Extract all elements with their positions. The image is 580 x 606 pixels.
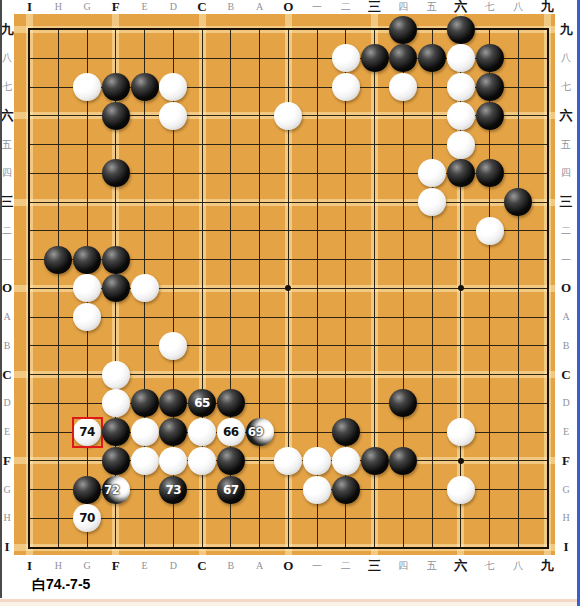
move-number: 65 bbox=[194, 397, 210, 409]
stone-三-F[interactable] bbox=[361, 447, 389, 475]
stone-二-G[interactable] bbox=[332, 476, 360, 504]
coord-label-left: C bbox=[0, 367, 14, 383]
move-number: 67 bbox=[223, 484, 239, 496]
coord-label-bottom: 一 bbox=[307, 557, 327, 575]
stone-C-E[interactable] bbox=[188, 418, 216, 446]
stone-O-F[interactable] bbox=[274, 447, 302, 475]
coord-label-right: 六 bbox=[557, 108, 575, 124]
coord-label-top: 三 bbox=[365, 0, 385, 14]
coord-label-top: C bbox=[192, 0, 212, 14]
stone-B-G[interactable]: 67 bbox=[217, 476, 245, 504]
coord-label-left: I bbox=[0, 539, 14, 555]
coord-label-top: 一 bbox=[307, 0, 327, 14]
coord-label-right: 五 bbox=[557, 137, 575, 153]
coord-label-top: I bbox=[20, 0, 40, 14]
coord-label-top: B bbox=[221, 0, 241, 14]
coord-label-left: H bbox=[0, 510, 14, 526]
coord-label-right: H bbox=[557, 510, 575, 526]
coord-label-bottom: 四 bbox=[393, 557, 413, 575]
coord-label-top: 五 bbox=[422, 0, 442, 14]
stone-O-六[interactable] bbox=[274, 102, 302, 130]
coord-label-top: 八 bbox=[508, 0, 528, 14]
stone-F-E[interactable] bbox=[102, 418, 130, 446]
coord-label-top: G bbox=[77, 0, 97, 14]
coord-label-bottom: A bbox=[250, 557, 270, 575]
coord-label-top: F bbox=[106, 0, 126, 14]
stone-A-E[interactable]: 69 bbox=[246, 418, 274, 446]
stone-D-F[interactable] bbox=[159, 447, 187, 475]
stone-二-F[interactable] bbox=[332, 447, 360, 475]
stone-G-七[interactable] bbox=[73, 73, 101, 101]
panel-bottom-fill bbox=[0, 602, 580, 606]
coord-label-top: E bbox=[135, 0, 155, 14]
coord-label-bottom: E bbox=[135, 557, 155, 575]
coord-label-bottom: O bbox=[278, 557, 298, 575]
coord-label-right: 一 bbox=[557, 252, 575, 268]
coord-label-bottom: C bbox=[192, 557, 212, 575]
stone-六-四[interactable] bbox=[447, 159, 475, 187]
stone-一-G[interactable] bbox=[303, 476, 331, 504]
stone-D-六[interactable] bbox=[159, 102, 187, 130]
coord-label-right: I bbox=[557, 539, 575, 555]
coord-label-bottom: 八 bbox=[508, 557, 528, 575]
panel-left-border bbox=[0, 0, 2, 598]
stone-二-E[interactable] bbox=[332, 418, 360, 446]
coord-label-top: H bbox=[48, 0, 68, 14]
stone-四-九[interactable] bbox=[389, 16, 417, 44]
coord-label-right: A bbox=[557, 309, 575, 325]
coord-label-left: 五 bbox=[0, 137, 14, 153]
coord-label-left: A bbox=[0, 309, 14, 325]
coord-label-right: G bbox=[557, 482, 575, 498]
stone-F-七[interactable] bbox=[102, 73, 130, 101]
coord-label-right: 三 bbox=[557, 194, 575, 210]
coord-label-left: 九 bbox=[0, 22, 14, 38]
stone-七-七[interactable] bbox=[476, 73, 504, 101]
stone-F-四[interactable] bbox=[102, 159, 130, 187]
stone-E-O[interactable] bbox=[131, 274, 159, 302]
last-move-marker bbox=[72, 417, 103, 448]
stone-B-F[interactable] bbox=[217, 447, 245, 475]
move-number: 70 bbox=[79, 512, 95, 524]
coord-label-top: 六 bbox=[451, 0, 471, 14]
coord-label-top: 九 bbox=[537, 0, 557, 14]
coord-label-left: F bbox=[0, 453, 14, 469]
coord-label-bottom: D bbox=[163, 557, 183, 575]
coord-label-right: 七 bbox=[557, 79, 575, 95]
stone-E-F[interactable] bbox=[131, 447, 159, 475]
stone-三-八[interactable] bbox=[361, 44, 389, 72]
stone-四-F[interactable] bbox=[389, 447, 417, 475]
stone-B-D[interactable] bbox=[217, 389, 245, 417]
coord-label-right: B bbox=[557, 338, 575, 354]
stone-七-八[interactable] bbox=[476, 44, 504, 72]
coord-label-bottom: 九 bbox=[537, 557, 557, 575]
coord-label-left: E bbox=[0, 424, 14, 440]
coord-label-bottom: 二 bbox=[336, 557, 356, 575]
move-number: 66 bbox=[223, 426, 239, 438]
stone-F-C[interactable] bbox=[102, 361, 130, 389]
coord-label-right: O bbox=[557, 280, 575, 296]
coord-label-left: O bbox=[0, 280, 14, 296]
stone-C-F[interactable] bbox=[188, 447, 216, 475]
stone-F-G[interactable]: 72 bbox=[102, 476, 130, 504]
stone-六-六[interactable] bbox=[447, 102, 475, 130]
stone-D-B[interactable] bbox=[159, 332, 187, 360]
go-app-panel: 6574666972736770 IIHHGGFFEEDDCCBBAAOO一一二… bbox=[0, 0, 580, 606]
coord-label-right: 九 bbox=[557, 22, 575, 38]
stone-七-二[interactable] bbox=[476, 217, 504, 245]
coord-label-left: G bbox=[0, 482, 14, 498]
coord-label-right: C bbox=[557, 367, 575, 383]
coord-label-left: 四 bbox=[0, 165, 14, 181]
stone-G-G[interactable] bbox=[73, 476, 101, 504]
coord-label-bottom: 五 bbox=[422, 557, 442, 575]
stone-六-E[interactable] bbox=[447, 418, 475, 446]
stone-六-七[interactable] bbox=[447, 73, 475, 101]
stone-六-九[interactable] bbox=[447, 16, 475, 44]
stone-F-O[interactable] bbox=[102, 274, 130, 302]
move-number: 73 bbox=[165, 484, 181, 496]
coord-label-bottom: G bbox=[77, 557, 97, 575]
coord-label-bottom: H bbox=[48, 557, 68, 575]
stone-E-七[interactable] bbox=[131, 73, 159, 101]
coord-label-top: 四 bbox=[393, 0, 413, 14]
stone-G-A[interactable] bbox=[73, 303, 101, 331]
coord-label-top: D bbox=[163, 0, 183, 14]
coord-label-left: 三 bbox=[0, 194, 14, 210]
stone-二-八[interactable] bbox=[332, 44, 360, 72]
stone-五-三[interactable] bbox=[418, 188, 446, 216]
coord-label-bottom: I bbox=[20, 557, 40, 575]
coord-label-top: A bbox=[250, 0, 270, 14]
move-number: 69 bbox=[248, 426, 264, 438]
coord-label-right: E bbox=[557, 424, 575, 440]
stone-六-八[interactable] bbox=[447, 44, 475, 72]
coord-label-bottom: B bbox=[221, 557, 241, 575]
coord-label-right: D bbox=[557, 395, 575, 411]
stone-E-E[interactable] bbox=[131, 418, 159, 446]
star-point bbox=[458, 458, 464, 464]
stone-E-D[interactable] bbox=[131, 389, 159, 417]
stone-B-E[interactable]: 66 bbox=[217, 418, 245, 446]
coord-label-top: O bbox=[278, 0, 298, 14]
stone-D-G[interactable]: 73 bbox=[159, 476, 187, 504]
coord-label-right: 二 bbox=[557, 223, 575, 239]
coord-label-bottom: F bbox=[106, 557, 126, 575]
coord-label-left: 八 bbox=[0, 50, 14, 66]
coord-label-bottom: 六 bbox=[451, 557, 471, 575]
move-number: 72 bbox=[104, 484, 120, 496]
coord-label-top: 七 bbox=[480, 0, 500, 14]
stone-F-F[interactable] bbox=[102, 447, 130, 475]
coord-label-left: 一 bbox=[0, 252, 14, 268]
stone-F-一[interactable] bbox=[102, 246, 130, 274]
star-point bbox=[458, 285, 464, 291]
stone-F-六[interactable] bbox=[102, 102, 130, 130]
coord-label-bottom: 三 bbox=[365, 557, 385, 575]
status-bar: 白74.-7-5 bbox=[32, 576, 90, 594]
coord-label-top: 二 bbox=[336, 0, 356, 14]
coord-label-right: 四 bbox=[557, 165, 575, 181]
stone-F-D[interactable] bbox=[102, 389, 130, 417]
coord-label-left: 二 bbox=[0, 223, 14, 239]
stone-H-一[interactable] bbox=[44, 246, 72, 274]
coord-label-left: D bbox=[0, 395, 14, 411]
coord-label-left: B bbox=[0, 338, 14, 354]
coord-label-left: 七 bbox=[0, 79, 14, 95]
stone-一-F[interactable] bbox=[303, 447, 331, 475]
stone-六-五[interactable] bbox=[447, 131, 475, 159]
stone-七-六[interactable] bbox=[476, 102, 504, 130]
coord-label-left: 六 bbox=[0, 108, 14, 124]
coord-label-right: 八 bbox=[557, 50, 575, 66]
coord-label-right: F bbox=[557, 453, 575, 469]
stone-二-七[interactable] bbox=[332, 73, 360, 101]
stone-G-一[interactable] bbox=[73, 246, 101, 274]
stone-六-G[interactable] bbox=[447, 476, 475, 504]
stone-七-四[interactable] bbox=[476, 159, 504, 187]
coord-label-bottom: 七 bbox=[480, 557, 500, 575]
